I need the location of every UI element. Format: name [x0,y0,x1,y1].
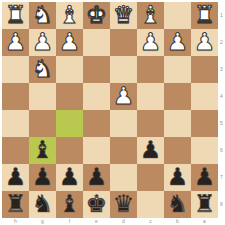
white-bishop-f1[interactable]: ♝ [59,2,81,29]
black-rook-a8[interactable]: ♜ [194,191,216,218]
square-b6[interactable] [164,137,191,164]
file-label-c: c [137,218,164,225]
file-label-a: a [191,218,218,225]
white-pawn-g2[interactable]: ♟ [32,29,54,56]
square-e5[interactable] [83,110,110,137]
white-pawn-b2[interactable]: ♟ [167,29,189,56]
square-g6[interactable]: ♝ [29,137,56,164]
square-a5[interactable] [191,110,218,137]
square-d5[interactable] [110,110,137,137]
square-b7[interactable]: ♟ [164,164,191,191]
rank-label-7: 7 [218,164,225,191]
file-label-d: d [110,218,137,225]
square-h1[interactable]: ♜ [2,2,29,29]
square-d7[interactable] [110,164,137,191]
square-f5[interactable] [56,110,83,137]
black-knight-b8[interactable]: ♞ [167,191,189,218]
square-h2[interactable]: ♟ [2,29,29,56]
rank-label-6: 6 [218,137,225,164]
square-a6[interactable] [191,137,218,164]
square-c7[interactable] [137,164,164,191]
square-d1[interactable]: ♛ [110,2,137,29]
square-b8[interactable]: ♞ [164,191,191,218]
square-b5[interactable] [164,110,191,137]
white-bishop-c1[interactable]: ♝ [140,2,162,29]
square-d2[interactable] [110,29,137,56]
square-e7[interactable]: ♟ [83,164,110,191]
square-e1[interactable]: ♚ [83,2,110,29]
white-king-e1[interactable]: ♚ [86,2,108,29]
square-h7[interactable]: ♟ [2,164,29,191]
black-pawn-c6[interactable]: ♟ [140,137,162,164]
square-c3[interactable] [137,56,164,83]
square-g7[interactable]: ♟ [29,164,56,191]
black-rook-h8[interactable]: ♜ [5,191,27,218]
white-queen-d1[interactable]: ♛ [113,2,135,29]
rank-label-8: 8 [218,191,225,218]
square-a3[interactable] [191,56,218,83]
square-d6[interactable] [110,137,137,164]
rank-labels: 12345678 [218,2,225,218]
square-a1[interactable]: ♜ [191,2,218,29]
square-b1[interactable] [164,2,191,29]
square-f8[interactable]: ♝ [56,191,83,218]
square-e6[interactable] [83,137,110,164]
chess-board: ♜♞♝♚♛♝♜♟♟♟♟♟♟♞♟♝♟♟♟♟♟♟♟♜♞♝♚♛♞♜ [2,2,218,218]
square-d8[interactable]: ♛ [110,191,137,218]
square-h6[interactable] [2,137,29,164]
black-pawn-h7[interactable]: ♟ [5,164,27,191]
file-label-f: f [56,218,83,225]
rank-label-4: 4 [218,83,225,110]
square-g2[interactable]: ♟ [29,29,56,56]
square-a7[interactable]: ♟ [191,164,218,191]
black-bishop-g6[interactable]: ♝ [32,137,54,164]
file-label-b: b [164,218,191,225]
square-g3[interactable]: ♞ [29,56,56,83]
square-h5[interactable] [2,110,29,137]
white-pawn-d4[interactable]: ♟ [113,83,135,110]
white-rook-h1[interactable]: ♜ [5,2,27,29]
square-f3[interactable] [56,56,83,83]
square-e8[interactable]: ♚ [83,191,110,218]
white-knight-g1[interactable]: ♞ [32,2,54,29]
rank-label-5: 5 [218,110,225,137]
black-pawn-b7[interactable]: ♟ [167,164,189,191]
square-e4[interactable] [83,83,110,110]
white-pawn-c2[interactable]: ♟ [140,29,162,56]
square-f7[interactable]: ♟ [56,164,83,191]
square-f2[interactable]: ♟ [56,29,83,56]
rank-label-3: 3 [218,56,225,83]
file-label-e: e [83,218,110,225]
white-rook-a1[interactable]: ♜ [194,2,216,29]
square-g1[interactable]: ♞ [29,2,56,29]
square-h3[interactable] [2,56,29,83]
square-c1[interactable]: ♝ [137,2,164,29]
square-d4[interactable]: ♟ [110,83,137,110]
rank-label-1: 1 [218,2,225,29]
square-a4[interactable] [191,83,218,110]
black-pawn-f7[interactable]: ♟ [59,164,81,191]
square-d3[interactable] [110,56,137,83]
file-label-g: g [29,218,56,225]
square-a8[interactable]: ♜ [191,191,218,218]
square-c4[interactable] [137,83,164,110]
black-pawn-e7[interactable]: ♟ [86,164,108,191]
square-g8[interactable]: ♞ [29,191,56,218]
square-e2[interactable] [83,29,110,56]
rank-label-2: 2 [218,29,225,56]
square-g4[interactable] [29,83,56,110]
white-pawn-f2[interactable]: ♟ [59,29,81,56]
square-b2[interactable]: ♟ [164,29,191,56]
file-label-h: h [2,218,29,225]
square-e3[interactable] [83,56,110,83]
white-pawn-a2[interactable]: ♟ [194,29,216,56]
square-c8[interactable] [137,191,164,218]
square-b3[interactable] [164,56,191,83]
square-c6[interactable]: ♟ [137,137,164,164]
square-g5[interactable] [29,110,56,137]
black-bishop-f8[interactable]: ♝ [59,191,81,218]
black-pawn-a7[interactable]: ♟ [194,164,216,191]
black-king-e8[interactable]: ♚ [86,191,108,218]
black-queen-d8[interactable]: ♛ [113,191,135,218]
square-h8[interactable]: ♜ [2,191,29,218]
square-b4[interactable] [164,83,191,110]
chess-app-screen: ♜♞♝♚♛♝♜♟♟♟♟♟♟♞♟♝♟♟♟♟♟♟♟♜♞♝♚♛♞♜ hgfedcba … [0,0,225,225]
black-pawn-g7[interactable]: ♟ [32,164,54,191]
square-c5[interactable] [137,110,164,137]
white-knight-g3[interactable]: ♞ [32,56,54,83]
square-h4[interactable] [2,83,29,110]
file-labels: hgfedcba [2,218,218,225]
square-f4[interactable] [56,83,83,110]
square-f1[interactable]: ♝ [56,2,83,29]
square-c2[interactable]: ♟ [137,29,164,56]
square-a2[interactable]: ♟ [191,29,218,56]
square-f6[interactable] [56,137,83,164]
white-pawn-h2[interactable]: ♟ [5,29,27,56]
black-knight-g8[interactable]: ♞ [32,191,54,218]
